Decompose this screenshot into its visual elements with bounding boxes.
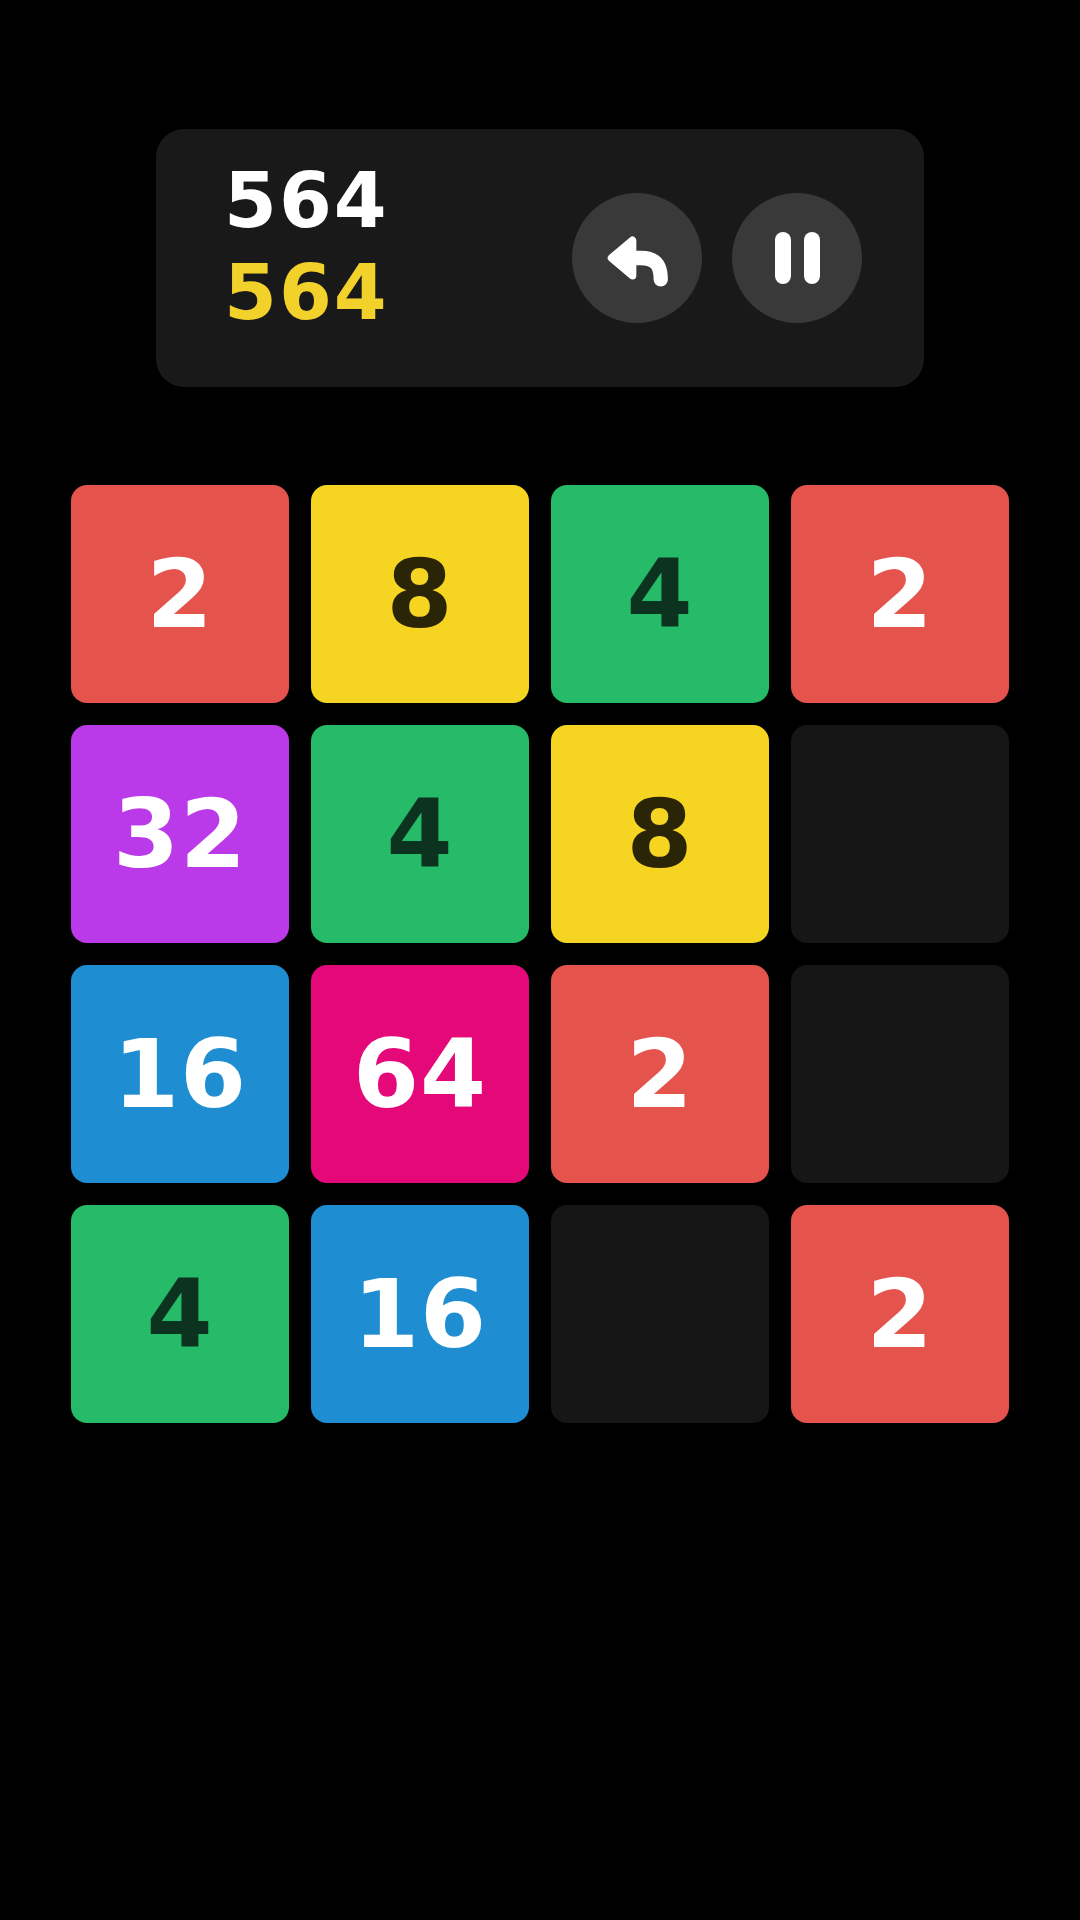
tile-2: 2	[791, 485, 1009, 703]
game-board[interactable]: 28423248166424162	[71, 485, 1009, 1423]
tile-16: 16	[311, 1205, 529, 1423]
current-score: 564	[224, 155, 389, 247]
tile-8: 8	[551, 725, 769, 943]
tile-2: 2	[791, 1205, 1009, 1423]
score-panel: 564 564	[156, 129, 924, 387]
header-buttons	[572, 193, 862, 323]
best-score: 564	[224, 247, 389, 339]
tile-4: 4	[551, 485, 769, 703]
undo-icon	[598, 219, 676, 297]
tile-8: 8	[311, 485, 529, 703]
tile-4: 4	[71, 1205, 289, 1423]
tile-32: 32	[71, 725, 289, 943]
tile-2: 2	[71, 485, 289, 703]
empty-cell	[791, 965, 1009, 1183]
pause-button[interactable]	[732, 193, 862, 323]
empty-cell	[551, 1205, 769, 1423]
tile-4: 4	[311, 725, 529, 943]
tile-64: 64	[311, 965, 529, 1183]
score-block: 564 564	[224, 155, 389, 339]
pause-icon	[775, 232, 820, 284]
tile-16: 16	[71, 965, 289, 1183]
empty-cell	[791, 725, 1009, 943]
tile-2: 2	[551, 965, 769, 1183]
undo-button[interactable]	[572, 193, 702, 323]
